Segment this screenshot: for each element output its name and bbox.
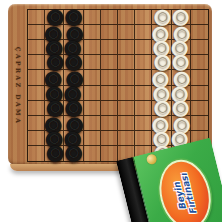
board-title: ÇAPRAZ DAMA xyxy=(12,31,26,141)
board-cell xyxy=(84,55,101,70)
board-cell xyxy=(135,131,152,146)
board-cell xyxy=(191,55,208,70)
board-cell: ● xyxy=(64,101,83,116)
board-cell xyxy=(28,70,45,85)
board-cell: ● xyxy=(152,40,171,55)
board-cell xyxy=(101,116,118,131)
board-cell: ● xyxy=(172,86,191,101)
board-cell xyxy=(118,10,135,25)
board-cell: ● xyxy=(45,55,64,70)
board-cell xyxy=(135,101,152,116)
gold-seal-icon xyxy=(146,153,158,165)
board-cell xyxy=(118,70,135,85)
brand-name: Beyin Fırtınası xyxy=(171,172,199,217)
board-cell xyxy=(28,10,45,25)
board-cell xyxy=(118,55,135,70)
board-cell: ● xyxy=(152,25,171,40)
board-cell: ● xyxy=(172,10,191,25)
board-cell xyxy=(135,40,152,55)
board-cell xyxy=(135,70,152,85)
board-cell: ● xyxy=(172,25,191,40)
board-cell: ● xyxy=(64,116,83,131)
board-cell xyxy=(118,116,135,131)
board-cell: ● xyxy=(152,55,171,70)
board-cell: ● xyxy=(152,116,171,131)
board-cell xyxy=(101,70,118,85)
board-cell xyxy=(101,10,118,25)
board-cell: ● xyxy=(152,70,171,85)
board-cell: ● xyxy=(172,40,191,55)
board-cell: ● xyxy=(172,116,191,131)
board-cell xyxy=(118,101,135,116)
board-cell: ● xyxy=(152,10,171,25)
board-cell xyxy=(28,116,45,131)
board-cell xyxy=(28,131,45,146)
board-cell xyxy=(28,146,45,161)
board-cell: ● xyxy=(45,70,64,85)
board-cell: ● xyxy=(152,101,171,116)
board-cell: ● xyxy=(152,131,171,146)
board-cell: ● xyxy=(45,146,64,161)
board-cell: ● xyxy=(45,86,64,101)
board-cell xyxy=(28,101,45,116)
board-cell xyxy=(101,25,118,40)
board-cell xyxy=(135,86,152,101)
board-cell xyxy=(84,70,101,85)
board-cell xyxy=(135,10,152,25)
board-cell xyxy=(118,131,135,146)
board-cell: ● xyxy=(45,40,64,55)
board-cell xyxy=(28,86,45,101)
board-cell xyxy=(84,146,101,161)
board-cell xyxy=(191,116,208,131)
board-cell xyxy=(28,25,45,40)
board-cell xyxy=(84,10,101,25)
board-cell xyxy=(118,25,135,40)
board-cell xyxy=(101,86,118,101)
board-cell xyxy=(84,86,101,101)
brand-logo-oval: Beyin Fırtınası xyxy=(152,154,217,222)
board-cell xyxy=(101,101,118,116)
board-cell: ● xyxy=(172,55,191,70)
board-cell xyxy=(101,131,118,146)
box-side-title: DAMA xyxy=(116,182,135,222)
board-cell xyxy=(191,101,208,116)
board-grid: ●●●●●●●●●●●●●●●●●●●●●●●●●●●●●●●●●●●●●●●● xyxy=(27,9,209,162)
board-cell: ● xyxy=(64,131,83,146)
board-cell xyxy=(191,40,208,55)
board-cell: ● xyxy=(64,10,83,25)
board-cell: ● xyxy=(45,101,64,116)
board-cell: ● xyxy=(64,146,83,161)
board-cell: ● xyxy=(172,101,191,116)
board-cell xyxy=(84,40,101,55)
board-cell xyxy=(84,116,101,131)
board-cell xyxy=(191,25,208,40)
board-cell: ● xyxy=(152,86,171,101)
board-cell xyxy=(118,40,135,55)
board-cell xyxy=(191,10,208,25)
board-cell xyxy=(101,55,118,70)
board-cell: ● xyxy=(45,10,64,25)
board-cell: ● xyxy=(64,70,83,85)
board-cell xyxy=(84,25,101,40)
board-cell xyxy=(135,25,152,40)
board-cell: ● xyxy=(45,116,64,131)
board-cell xyxy=(84,131,101,146)
board-cell xyxy=(118,86,135,101)
board-cell: ● xyxy=(64,40,83,55)
board-cell: ● xyxy=(64,86,83,101)
board-cell xyxy=(101,40,118,55)
board-cell: ● xyxy=(45,25,64,40)
board-cell: ● xyxy=(64,55,83,70)
board-cell: ● xyxy=(45,131,64,146)
board-cell xyxy=(191,86,208,101)
board-cell xyxy=(101,146,118,161)
board-cell xyxy=(28,55,45,70)
board-cell: ● xyxy=(172,70,191,85)
board-cell xyxy=(135,55,152,70)
board-cell: ● xyxy=(64,25,83,40)
board-cell xyxy=(191,70,208,85)
board-cell xyxy=(28,40,45,55)
dama-board: ÇAPRAZ DAMA ●●●●●●●●●●●●●●●●●●●●●●●●●●●●… xyxy=(8,4,212,165)
board-cell xyxy=(84,101,101,116)
product-photo: ÇAPRAZ DAMA ●●●●●●●●●●●●●●●●●●●●●●●●●●●●… xyxy=(0,0,222,222)
board-cell xyxy=(135,116,152,131)
